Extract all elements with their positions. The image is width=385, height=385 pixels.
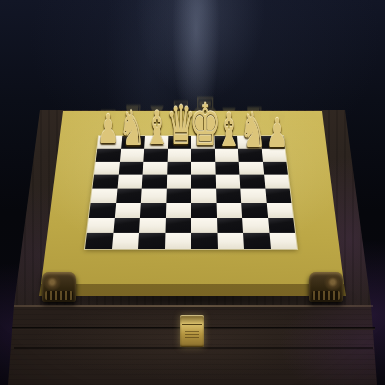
square-e1	[191, 233, 218, 249]
square-h3	[266, 203, 293, 218]
square-c6	[143, 161, 168, 174]
scroll-foot-left	[42, 272, 76, 302]
chess-set-photo: ♟ ♞ ♝ ♛ ♚ ♝ ♞ ♟ ♟ ♞ ♝ ♛ ♚ ♝ ♞ ♟	[0, 0, 385, 385]
square-g2	[242, 218, 269, 233]
square-b5	[117, 175, 142, 189]
scroll-foot-right	[309, 272, 343, 302]
square-b3	[114, 203, 140, 218]
square-a1	[85, 233, 113, 249]
square-e3	[191, 203, 217, 218]
square-f4	[216, 189, 242, 203]
square-c4	[141, 189, 167, 203]
square-g5	[239, 175, 264, 189]
square-c2	[139, 218, 165, 233]
square-d3	[165, 203, 191, 218]
case-front-groove	[14, 347, 373, 349]
square-d2	[165, 218, 191, 233]
square-f5	[215, 175, 240, 189]
square-g4	[240, 189, 266, 203]
square-b4	[116, 189, 142, 203]
square-c1	[138, 233, 165, 249]
square-g1	[243, 233, 270, 249]
square-d4	[166, 189, 191, 203]
square-g3	[241, 203, 267, 218]
square-e2	[191, 218, 217, 233]
square-d6	[167, 161, 191, 174]
square-h6	[262, 161, 287, 174]
square-a3	[89, 203, 116, 218]
square-b6	[118, 161, 143, 174]
case-clasp	[180, 315, 204, 347]
square-g6	[239, 161, 264, 174]
square-e5	[191, 175, 216, 189]
square-d1	[165, 233, 192, 249]
square-e6	[191, 161, 215, 174]
square-c5	[142, 175, 167, 189]
square-b2	[113, 218, 140, 233]
square-f3	[216, 203, 242, 218]
square-b1	[112, 233, 139, 249]
square-c3	[140, 203, 166, 218]
square-a5	[92, 175, 118, 189]
square-d5	[166, 175, 191, 189]
square-h2	[268, 218, 295, 233]
square-h5	[264, 175, 290, 189]
square-a6	[94, 161, 119, 174]
piece-pawn-h8: ♟	[257, 113, 297, 153]
square-f2	[217, 218, 243, 233]
square-a2	[87, 218, 114, 233]
square-h4	[265, 189, 291, 203]
square-f1	[217, 233, 244, 249]
square-a4	[91, 189, 117, 203]
square-f6	[215, 161, 240, 174]
square-h1	[269, 233, 297, 249]
square-e4	[191, 189, 216, 203]
